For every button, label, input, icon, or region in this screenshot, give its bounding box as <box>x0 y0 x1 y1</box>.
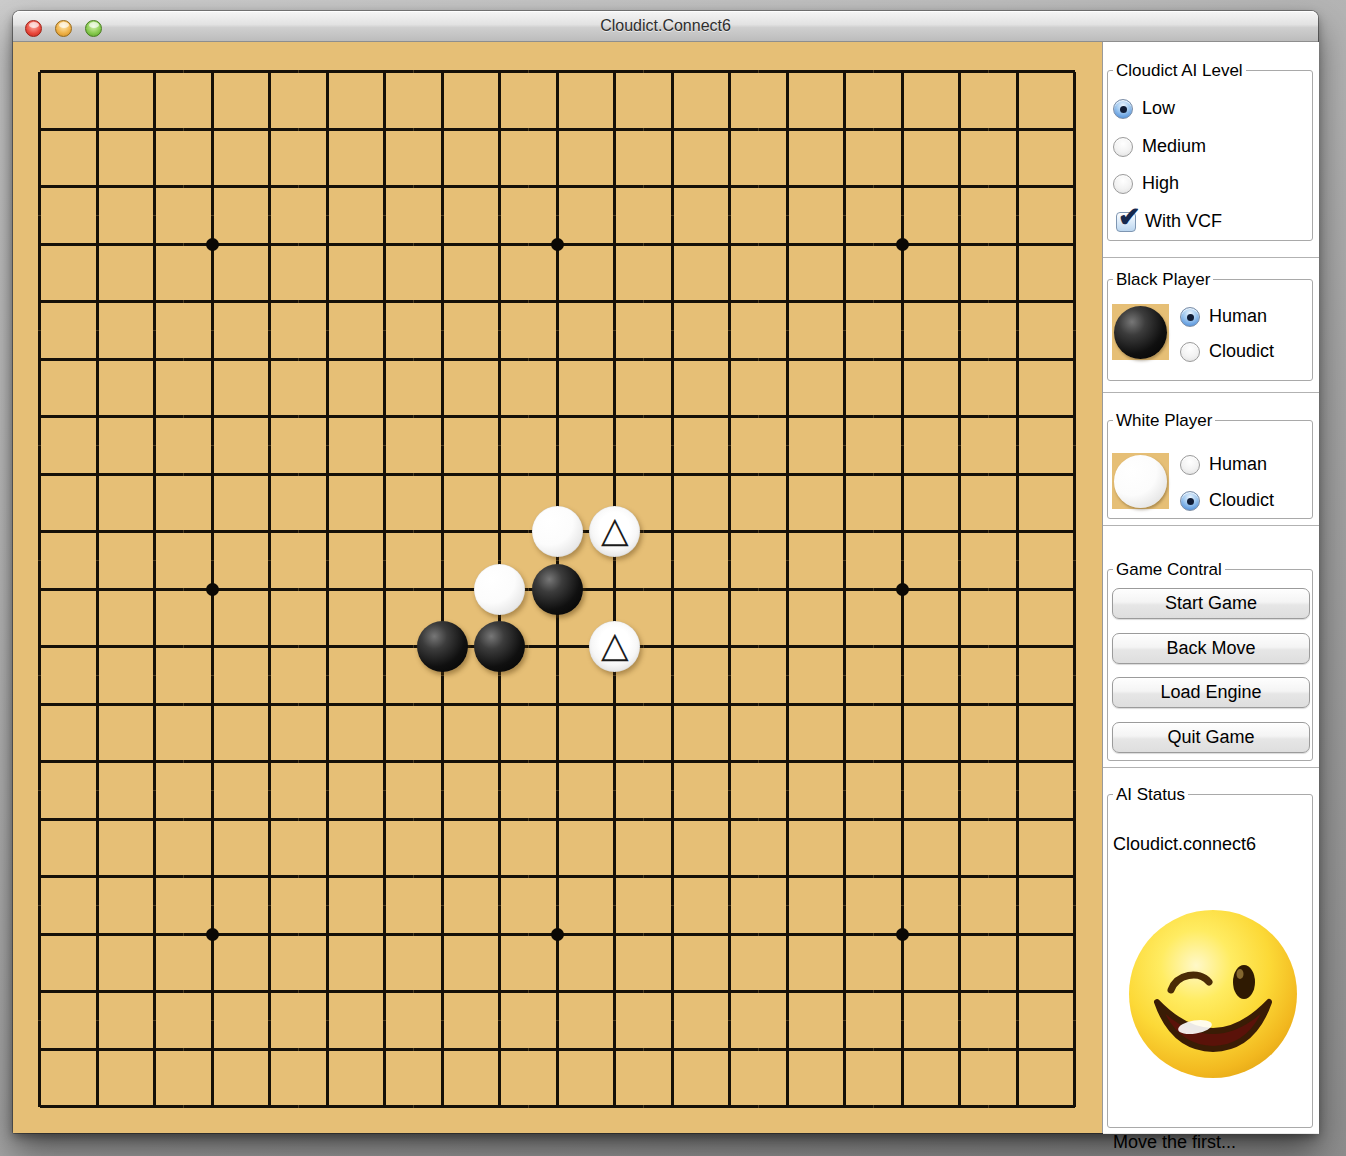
board-cell[interactable] <box>13 216 69 274</box>
back-move-button[interactable]: Back Move <box>1112 633 1310 664</box>
board-cell[interactable] <box>69 446 127 504</box>
board-cell[interactable] <box>1046 331 1102 389</box>
board-cell[interactable] <box>356 963 414 1021</box>
board-cell[interactable] <box>69 273 127 331</box>
board-cell[interactable] <box>931 906 989 964</box>
board-cell[interactable] <box>356 1078 414 1133</box>
board-cell[interactable] <box>931 1078 989 1133</box>
board-cell[interactable] <box>644 963 702 1021</box>
board-cell[interactable] <box>184 388 242 446</box>
board-cell[interactable] <box>69 791 127 849</box>
board-cell[interactable] <box>931 503 989 561</box>
board-cell[interactable] <box>299 503 357 561</box>
board-cell[interactable] <box>414 273 472 331</box>
board-cell[interactable] <box>816 216 874 274</box>
board-cell[interactable] <box>701 1021 759 1079</box>
board-cell[interactable] <box>356 791 414 849</box>
board-cell[interactable] <box>13 388 69 446</box>
board-cell[interactable]: △ <box>586 503 644 561</box>
board-cell[interactable] <box>299 216 357 274</box>
board-cell[interactable] <box>989 848 1047 906</box>
board-cell[interactable] <box>529 503 587 561</box>
board-cell[interactable] <box>989 388 1047 446</box>
board-cell[interactable] <box>529 446 587 504</box>
black-player-option-human[interactable]: Human <box>1180 306 1267 327</box>
board-cell[interactable] <box>931 101 989 159</box>
radio-unselected-icon[interactable] <box>1113 174 1133 194</box>
board-cell[interactable] <box>13 503 69 561</box>
board-cell[interactable] <box>989 216 1047 274</box>
board-cell[interactable] <box>989 446 1047 504</box>
board-cell[interactable] <box>69 733 127 791</box>
board-cell[interactable] <box>1046 848 1102 906</box>
board-cell[interactable] <box>931 618 989 676</box>
board-cell[interactable] <box>816 676 874 734</box>
board-cell[interactable] <box>184 101 242 159</box>
board-cell[interactable] <box>126 388 184 446</box>
board-cell[interactable] <box>241 446 299 504</box>
board-cell[interactable] <box>241 733 299 791</box>
board-cell[interactable] <box>874 963 932 1021</box>
board-cell[interactable] <box>701 43 759 101</box>
board-cell[interactable] <box>701 561 759 619</box>
board-cell[interactable] <box>356 561 414 619</box>
black-player-option-cloudict[interactable]: Cloudict <box>1180 341 1274 362</box>
board-cell[interactable] <box>586 963 644 1021</box>
board-cell[interactable] <box>184 273 242 331</box>
board-cell[interactable] <box>529 676 587 734</box>
board-cell[interactable] <box>1046 791 1102 849</box>
board-cell[interactable] <box>299 331 357 389</box>
board-cell[interactable] <box>126 848 184 906</box>
board-cell[interactable] <box>931 331 989 389</box>
board-cell[interactable] <box>471 848 529 906</box>
radio-unselected-icon[interactable] <box>1113 137 1133 157</box>
board-cell[interactable] <box>356 733 414 791</box>
ai-level-option-high[interactable]: High <box>1113 173 1179 194</box>
board-cell[interactable] <box>414 446 472 504</box>
board-cell[interactable] <box>184 446 242 504</box>
board-cell[interactable] <box>414 676 472 734</box>
board-cell[interactable] <box>13 906 69 964</box>
board-cell[interactable] <box>126 273 184 331</box>
board-cell[interactable] <box>13 1021 69 1079</box>
board-cell[interactable] <box>931 561 989 619</box>
board-cell[interactable] <box>299 906 357 964</box>
board-cell[interactable] <box>13 158 69 216</box>
board-cell[interactable] <box>414 216 472 274</box>
board-cell[interactable] <box>299 848 357 906</box>
board-cell[interactable] <box>184 331 242 389</box>
board-cell[interactable] <box>471 331 529 389</box>
board-cell[interactable] <box>816 1078 874 1133</box>
board-cell[interactable] <box>184 676 242 734</box>
board-cell[interactable] <box>1046 216 1102 274</box>
radio-unselected-icon[interactable] <box>1180 342 1200 362</box>
board-cell[interactable] <box>126 503 184 561</box>
board-cell[interactable] <box>529 158 587 216</box>
board-cell[interactable] <box>759 791 817 849</box>
board-cell[interactable] <box>126 158 184 216</box>
board-cell[interactable] <box>414 1021 472 1079</box>
board-cell[interactable] <box>471 1078 529 1133</box>
board-cell[interactable] <box>1046 963 1102 1021</box>
board-cell[interactable] <box>989 791 1047 849</box>
board-cell[interactable] <box>931 216 989 274</box>
board-cell[interactable] <box>586 273 644 331</box>
board-cell[interactable] <box>529 216 587 274</box>
board-cell[interactable] <box>299 1078 357 1133</box>
board-cell[interactable] <box>586 906 644 964</box>
board-cell[interactable] <box>126 446 184 504</box>
board-cell[interactable] <box>644 848 702 906</box>
board-cell[interactable] <box>701 388 759 446</box>
board-cell[interactable] <box>471 158 529 216</box>
board-cell[interactable] <box>644 331 702 389</box>
board-cell[interactable] <box>356 906 414 964</box>
board-cell[interactable] <box>586 848 644 906</box>
board-cell[interactable] <box>356 503 414 561</box>
board-cell[interactable] <box>759 963 817 1021</box>
board-cell[interactable] <box>1046 733 1102 791</box>
board-cell[interactable] <box>701 848 759 906</box>
board-cell[interactable] <box>414 331 472 389</box>
board-cell[interactable] <box>874 618 932 676</box>
board-cell[interactable] <box>644 618 702 676</box>
board-cell[interactable] <box>414 618 472 676</box>
board-cell[interactable] <box>931 733 989 791</box>
board-cell[interactable] <box>586 216 644 274</box>
board-cell[interactable] <box>931 273 989 331</box>
board-cell[interactable] <box>1046 273 1102 331</box>
board-cell[interactable] <box>414 963 472 1021</box>
board-cell[interactable] <box>586 158 644 216</box>
board-cell[interactable] <box>701 676 759 734</box>
board-cell[interactable] <box>586 388 644 446</box>
board-cell[interactable] <box>701 791 759 849</box>
board-cell[interactable] <box>931 791 989 849</box>
board-cell[interactable] <box>69 331 127 389</box>
board-cell[interactable] <box>13 446 69 504</box>
board-cell[interactable] <box>759 618 817 676</box>
board-cell[interactable] <box>69 848 127 906</box>
board-cell[interactable] <box>874 848 932 906</box>
board-cell[interactable] <box>126 733 184 791</box>
board-cell[interactable] <box>184 906 242 964</box>
ai-level-option-medium[interactable]: Medium <box>1113 136 1206 157</box>
board-cell[interactable] <box>816 388 874 446</box>
board-cell[interactable] <box>241 848 299 906</box>
board-cell[interactable] <box>816 331 874 389</box>
board-cell[interactable] <box>989 733 1047 791</box>
board-cell[interactable] <box>471 618 529 676</box>
board-cell[interactable] <box>13 1078 69 1133</box>
board-cell[interactable] <box>816 848 874 906</box>
board-cell[interactable] <box>13 791 69 849</box>
board-cell[interactable] <box>874 216 932 274</box>
board-cell[interactable] <box>816 906 874 964</box>
board-cell[interactable] <box>184 216 242 274</box>
board-cell[interactable] <box>241 561 299 619</box>
board-cell[interactable] <box>13 101 69 159</box>
board-cell[interactable] <box>759 388 817 446</box>
board-cell[interactable] <box>816 446 874 504</box>
start-game-button[interactable]: Start Game <box>1112 588 1310 619</box>
board-cell[interactable] <box>759 101 817 159</box>
board-cell[interactable] <box>241 43 299 101</box>
board-cell[interactable] <box>356 848 414 906</box>
board-cell[interactable] <box>299 101 357 159</box>
board-cell[interactable] <box>126 791 184 849</box>
board-cell[interactable] <box>414 158 472 216</box>
board-cell[interactable] <box>701 331 759 389</box>
board-cell[interactable] <box>241 1078 299 1133</box>
board-cell[interactable] <box>1046 158 1102 216</box>
board-cell[interactable] <box>414 848 472 906</box>
board-cell[interactable] <box>989 618 1047 676</box>
board-cell[interactable] <box>241 158 299 216</box>
board-cell[interactable] <box>299 618 357 676</box>
board-cell[interactable] <box>874 273 932 331</box>
board-cell[interactable] <box>1046 503 1102 561</box>
board-cell[interactable] <box>299 1021 357 1079</box>
board-cell[interactable] <box>1046 101 1102 159</box>
board-cell[interactable] <box>69 963 127 1021</box>
board-cell[interactable] <box>414 43 472 101</box>
board-cell[interactable] <box>69 43 127 101</box>
board-cell[interactable] <box>586 331 644 389</box>
board-cell[interactable] <box>759 848 817 906</box>
board-cell[interactable] <box>989 676 1047 734</box>
board-cell[interactable] <box>471 906 529 964</box>
board-cell[interactable] <box>1046 1078 1102 1133</box>
board-cell[interactable] <box>1046 1021 1102 1079</box>
board-cell[interactable] <box>13 733 69 791</box>
board-cell[interactable] <box>356 1021 414 1079</box>
radio-selected-icon[interactable] <box>1180 491 1200 511</box>
board-cell[interactable] <box>241 388 299 446</box>
board-cell[interactable] <box>874 331 932 389</box>
board-cell[interactable] <box>414 101 472 159</box>
board-cell[interactable] <box>241 331 299 389</box>
board-cell[interactable] <box>1046 446 1102 504</box>
board-cell[interactable] <box>69 618 127 676</box>
board-cell[interactable] <box>471 273 529 331</box>
board-cell[interactable] <box>241 963 299 1021</box>
board-cell[interactable] <box>471 1021 529 1079</box>
board-cell[interactable] <box>184 1021 242 1079</box>
board-cell[interactable] <box>13 963 69 1021</box>
board-cell[interactable] <box>184 43 242 101</box>
board-cell[interactable] <box>644 676 702 734</box>
board-cell[interactable] <box>816 101 874 159</box>
board-cell[interactable] <box>931 388 989 446</box>
board-cell[interactable] <box>241 273 299 331</box>
board-cell[interactable] <box>529 791 587 849</box>
board-cell[interactable] <box>356 331 414 389</box>
board-cell[interactable] <box>69 676 127 734</box>
board-cell[interactable] <box>529 1021 587 1079</box>
board-cell[interactable] <box>471 446 529 504</box>
board-cell[interactable] <box>586 446 644 504</box>
board-cell[interactable] <box>874 101 932 159</box>
board-cell[interactable] <box>586 561 644 619</box>
board-cell[interactable] <box>529 906 587 964</box>
board-cell[interactable] <box>874 906 932 964</box>
board-cell[interactable] <box>701 906 759 964</box>
board-cell[interactable] <box>126 561 184 619</box>
board-cell[interactable] <box>874 676 932 734</box>
board-cell[interactable] <box>989 1078 1047 1133</box>
board-cell[interactable] <box>126 101 184 159</box>
board-cell[interactable] <box>586 791 644 849</box>
board-cell[interactable] <box>1046 388 1102 446</box>
board-cell[interactable] <box>126 676 184 734</box>
board-cell[interactable] <box>989 561 1047 619</box>
board-cell[interactable] <box>356 158 414 216</box>
quit-game-button[interactable]: Quit Game <box>1112 722 1310 753</box>
board-cell[interactable] <box>701 733 759 791</box>
board-cell[interactable] <box>356 388 414 446</box>
board-cell[interactable] <box>471 216 529 274</box>
board-cell[interactable] <box>874 791 932 849</box>
board-cell[interactable] <box>529 963 587 1021</box>
checkbox-checked-icon[interactable]: ✔ <box>1116 212 1136 232</box>
board-cell[interactable] <box>356 101 414 159</box>
board-cell[interactable] <box>1046 676 1102 734</box>
board-cell[interactable] <box>69 388 127 446</box>
board-cell[interactable] <box>644 43 702 101</box>
board-cell[interactable] <box>586 101 644 159</box>
board-cell[interactable] <box>184 561 242 619</box>
board-cell[interactable] <box>529 331 587 389</box>
board-cell[interactable] <box>644 158 702 216</box>
board-cell[interactable] <box>644 446 702 504</box>
board-cell[interactable] <box>69 561 127 619</box>
board-cell[interactable] <box>184 618 242 676</box>
board-cell[interactable] <box>874 733 932 791</box>
board-cell[interactable] <box>13 676 69 734</box>
board-cell[interactable] <box>471 388 529 446</box>
board-cell[interactable] <box>529 388 587 446</box>
board-cell[interactable] <box>759 1078 817 1133</box>
board-cell[interactable] <box>989 158 1047 216</box>
board-cell[interactable] <box>931 43 989 101</box>
title-bar[interactable]: Cloudict.Connect6 <box>13 11 1318 42</box>
board-cell[interactable] <box>241 618 299 676</box>
board-cell[interactable] <box>299 791 357 849</box>
board-cell[interactable] <box>69 158 127 216</box>
board-cell[interactable] <box>126 216 184 274</box>
board-cell[interactable] <box>529 1078 587 1133</box>
board-cell[interactable] <box>414 388 472 446</box>
board-cell[interactable] <box>13 561 69 619</box>
board-cell[interactable] <box>471 676 529 734</box>
board-cell[interactable] <box>759 733 817 791</box>
board-cell[interactable] <box>816 791 874 849</box>
board-cell[interactable] <box>529 43 587 101</box>
board-cell[interactable] <box>931 1021 989 1079</box>
board-cell[interactable] <box>414 1078 472 1133</box>
board-cell[interactable] <box>759 906 817 964</box>
load-engine-button[interactable]: Load Engine <box>1112 677 1310 708</box>
board-cell[interactable] <box>701 503 759 561</box>
board-cell[interactable] <box>644 906 702 964</box>
board-cell[interactable] <box>13 331 69 389</box>
board-cell[interactable] <box>356 618 414 676</box>
board-cell[interactable] <box>414 503 472 561</box>
board-cell[interactable] <box>241 906 299 964</box>
board-cell[interactable] <box>874 446 932 504</box>
board-cell[interactable] <box>299 388 357 446</box>
board-cell[interactable] <box>759 331 817 389</box>
board-cell[interactable] <box>874 388 932 446</box>
board-cell[interactable] <box>299 676 357 734</box>
board-cell[interactable] <box>184 1078 242 1133</box>
board-cell[interactable] <box>759 273 817 331</box>
board-cell[interactable] <box>299 963 357 1021</box>
board-cell[interactable] <box>529 101 587 159</box>
board-cell[interactable] <box>989 273 1047 331</box>
board-cell[interactable] <box>1046 618 1102 676</box>
radio-selected-icon[interactable] <box>1180 307 1200 327</box>
board-cell[interactable]: △ <box>586 618 644 676</box>
board-cell[interactable] <box>184 963 242 1021</box>
board-cell[interactable] <box>816 158 874 216</box>
white-player-option-cloudict[interactable]: Cloudict <box>1180 490 1274 511</box>
board-cell[interactable] <box>701 101 759 159</box>
board-cell[interactable] <box>644 561 702 619</box>
board-cell[interactable] <box>414 791 472 849</box>
board-cell[interactable] <box>414 906 472 964</box>
board-cell[interactable] <box>931 158 989 216</box>
board-cell[interactable] <box>299 733 357 791</box>
board-cell[interactable] <box>471 561 529 619</box>
board-cell[interactable] <box>816 733 874 791</box>
board-cell[interactable] <box>69 1021 127 1079</box>
board-cell[interactable] <box>299 446 357 504</box>
board-cell[interactable] <box>874 561 932 619</box>
board-cell[interactable] <box>816 561 874 619</box>
board-cell[interactable] <box>414 733 472 791</box>
board-cell[interactable] <box>644 216 702 274</box>
board-cell[interactable] <box>931 446 989 504</box>
board-cell[interactable] <box>586 43 644 101</box>
board-cell[interactable] <box>874 1021 932 1079</box>
board-cell[interactable] <box>356 676 414 734</box>
board-cell[interactable] <box>299 43 357 101</box>
ai-level-option-low[interactable]: Low <box>1113 98 1175 119</box>
board-cell[interactable] <box>644 388 702 446</box>
board-cell[interactable] <box>529 561 587 619</box>
board-cell[interactable] <box>126 1021 184 1079</box>
radio-selected-icon[interactable] <box>1113 99 1133 119</box>
board-cell[interactable] <box>184 791 242 849</box>
board-cell[interactable] <box>13 848 69 906</box>
ai-level-vcf-option[interactable]: ✔ With VCF <box>1116 211 1222 232</box>
board-cell[interactable] <box>184 848 242 906</box>
board-cell[interactable] <box>356 43 414 101</box>
board-cell[interactable] <box>816 618 874 676</box>
board-cell[interactable] <box>701 1078 759 1133</box>
board-cell[interactable] <box>356 216 414 274</box>
board-cell[interactable] <box>816 963 874 1021</box>
board-cell[interactable] <box>586 1021 644 1079</box>
board-cell[interactable] <box>989 963 1047 1021</box>
board-cell[interactable] <box>529 733 587 791</box>
board-cell[interactable] <box>184 503 242 561</box>
board-cell[interactable] <box>759 503 817 561</box>
